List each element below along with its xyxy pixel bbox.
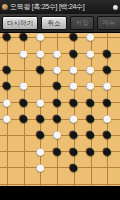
bottom-strip	[0, 186, 120, 200]
black-stone: ●	[83, 111, 99, 127]
restart-button[interactable]: 다시하기	[2, 16, 38, 30]
black-stone: ●	[33, 62, 49, 78]
white-stone: ●	[99, 111, 115, 127]
white-stone: ●	[16, 78, 32, 94]
go-board[interactable]: ●●●●●●●●●●●●●●●●●●●●●●●●●●●●●●●●●●●●●●●●…	[0, 33, 120, 186]
black-stone: ●	[66, 46, 82, 62]
black-stone: ●	[66, 94, 82, 110]
black-stone: ●	[0, 33, 15, 45]
black-stone: ●	[66, 160, 82, 176]
black-stone: ●	[99, 46, 115, 62]
app-icon	[2, 4, 8, 10]
white-stone: ●	[0, 94, 15, 110]
grid-line-horizontal	[0, 184, 120, 185]
white-stone: ●	[0, 111, 15, 127]
app-screen: 오목왕 [흑:25수] [백:24수] 다시하기 취소 저장 메뉴 ●●●●●●…	[0, 0, 120, 200]
white-stone: ●	[49, 127, 65, 143]
white-stone: ●	[16, 46, 32, 62]
black-stone: ●	[49, 94, 65, 110]
black-stone: ●	[16, 111, 32, 127]
black-stone: ●	[33, 111, 49, 127]
white-stone: ●	[33, 46, 49, 62]
black-stone: ●	[49, 143, 65, 159]
black-stone: ●	[66, 127, 82, 143]
black-stone: ●	[49, 111, 65, 127]
page-title: 오목왕 [흑:25수] [백:24수]	[10, 0, 111, 14]
black-stone: ●	[49, 78, 65, 94]
white-stone: ●	[66, 62, 82, 78]
black-stone: ●	[83, 127, 99, 143]
white-stone: ●	[49, 46, 65, 62]
undo-button[interactable]: 취소	[41, 16, 67, 30]
white-stone: ●	[83, 78, 99, 94]
white-stone: ●	[66, 78, 82, 94]
white-stone: ●	[49, 62, 65, 78]
title-bar: 오목왕 [흑:25수] [백:24수]	[0, 0, 120, 14]
white-stone: ●	[33, 33, 49, 45]
white-stone: ●	[83, 33, 99, 45]
black-stone: ●	[0, 62, 15, 78]
black-stone: ●	[66, 143, 82, 159]
black-stone: ●	[33, 127, 49, 143]
menu-button[interactable]: 메뉴	[97, 16, 120, 30]
white-stone: ●	[83, 62, 99, 78]
black-stone: ●	[99, 94, 115, 110]
black-stone: ●	[99, 127, 115, 143]
black-stone: ●	[66, 33, 82, 45]
white-stone: ●	[66, 111, 82, 127]
black-stone: ●	[99, 62, 115, 78]
toolbar: 다시하기 취소 저장 메뉴	[0, 14, 120, 33]
stone-grid: ●●●●●●●●●●●●●●●●●●●●●●●●●●●●●●●●●●●●●●●●…	[0, 33, 115, 175]
white-stone: ●	[99, 78, 115, 94]
save-button[interactable]: 저장	[70, 16, 94, 30]
black-stone: ●	[83, 94, 99, 110]
white-stone: ●	[83, 46, 99, 62]
black-stone: ●	[16, 94, 32, 110]
black-stone: ●	[83, 143, 99, 159]
black-stone: ●	[99, 143, 115, 159]
status-dot-icon	[113, 5, 118, 10]
black-stone: ●	[16, 33, 32, 45]
white-stone: ●	[33, 143, 49, 159]
white-stone: ●	[33, 160, 49, 176]
white-stone: ●	[33, 94, 49, 110]
black-stone: ●	[0, 78, 15, 94]
